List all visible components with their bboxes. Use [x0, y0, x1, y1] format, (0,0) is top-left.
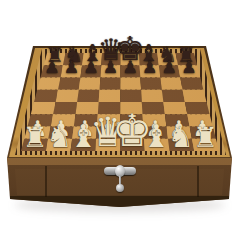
white-rook[interactable]: ♜ [22, 124, 47, 152]
black-pawn[interactable]: ♟ [181, 60, 197, 77]
box-seam-left [45, 166, 47, 197]
latch-clasp-icon[interactable] [102, 164, 138, 194]
white-bishop[interactable]: ♝ [143, 121, 171, 152]
black-pawn[interactable]: ♟ [142, 60, 158, 77]
black-pawn[interactable]: ♟ [122, 60, 138, 77]
latch-pendant [116, 184, 124, 192]
black-pawn[interactable]: ♟ [44, 60, 60, 77]
black-pawn[interactable]: ♟ [64, 60, 80, 77]
white-knight[interactable]: ♞ [168, 123, 194, 152]
chess-box-photo: ♜♞♝♛♚♝♞♜♟♟♟♟♟♟♟♟♟♟♟♟♟♟♟♟♜♞♝♛♚♝♞♜ [0, 0, 238, 240]
white-knight[interactable]: ♞ [46, 123, 72, 152]
black-pawn[interactable]: ♟ [162, 60, 178, 77]
box-seam-right [197, 166, 199, 197]
black-pawn[interactable]: ♟ [83, 60, 99, 77]
black-pawn[interactable]: ♟ [103, 60, 119, 77]
white-rook[interactable]: ♜ [193, 124, 218, 152]
